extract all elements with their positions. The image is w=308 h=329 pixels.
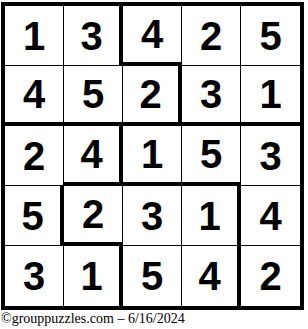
grid-cell-r2c4: 3 <box>182 66 241 126</box>
sudoku-5x5-board: 1342545231241535231431542 <box>1 2 304 310</box>
grid-cell-r5c2: 1 <box>64 246 123 306</box>
grid-cell-r3c2: 4 <box>64 126 123 186</box>
grid-cell-r5c5: 2 <box>241 246 300 306</box>
grid-cell-r1c2: 3 <box>64 6 123 66</box>
grid-cell-r1c1: 1 <box>5 6 64 66</box>
grid-cell-r4c1: 5 <box>5 186 64 246</box>
grid-cell-r2c2: 5 <box>64 66 123 126</box>
grid-cell-r1c3: 4 <box>123 6 182 66</box>
grid-cell-r3c4: 5 <box>182 126 241 186</box>
grid-cell-r1c4: 2 <box>182 6 241 66</box>
grid-cell-r4c3: 3 <box>123 186 182 246</box>
grid-cell-r4c4: 1 <box>182 186 241 246</box>
grid-cell-r5c1: 3 <box>5 246 64 306</box>
grid-cell-r3c1: 2 <box>5 126 64 186</box>
grid-cell-r2c5: 1 <box>241 66 300 126</box>
grid-cell-r1c5: 5 <box>241 6 300 66</box>
grid-cell-r5c4: 4 <box>182 246 241 306</box>
grid-cell-r2c1: 4 <box>5 66 64 126</box>
copyright-caption: ©grouppuzzles.com – 6/16/2024 <box>1 311 185 327</box>
grid-cell-r5c3: 5 <box>123 246 182 306</box>
grid-cell-r4c2: 2 <box>64 186 123 246</box>
grid-cell-r4c5: 4 <box>241 186 300 246</box>
grid-cell-r3c5: 3 <box>241 126 300 186</box>
puzzle-image: 1342545231241535231431542 ©grouppuzzles.… <box>0 0 308 329</box>
grid-cell-r3c3: 1 <box>123 126 182 186</box>
grid-cell-r2c3: 2 <box>123 66 182 126</box>
